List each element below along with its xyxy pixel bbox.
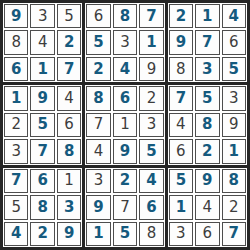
sudoku-cell-r2c7[interactable]: 9	[169, 30, 193, 54]
sudoku-cell-r4c3[interactable]: 4	[57, 86, 81, 110]
sudoku-cell-r4c2[interactable]: 9	[30, 86, 54, 110]
sudoku-cell-r3c1[interactable]: 6	[4, 57, 28, 81]
sudoku-cell-r4c8[interactable]: 5	[195, 86, 219, 110]
sudoku-cell-r1c1[interactable]: 9	[4, 4, 28, 28]
sudoku-cell-r4c4[interactable]: 8	[86, 86, 110, 110]
sudoku-cell-r2c9[interactable]: 6	[222, 30, 246, 54]
sudoku-cell-r7c1[interactable]: 7	[4, 169, 28, 193]
sudoku-cell-r1c2[interactable]: 3	[30, 4, 54, 28]
sudoku-cell-r1c3[interactable]: 5	[57, 4, 81, 28]
sudoku-cell-r8c6[interactable]: 6	[139, 195, 163, 219]
sudoku-cell-r8c4[interactable]: 9	[86, 195, 110, 219]
sudoku-cell-r5c5[interactable]: 1	[113, 113, 137, 137]
sudoku-cell-r2c1[interactable]: 8	[4, 30, 28, 54]
sudoku-cell-r5c8[interactable]: 8	[195, 113, 219, 137]
sudoku-cell-r3c9[interactable]: 5	[222, 57, 246, 81]
sudoku-cell-r7c7[interactable]: 5	[169, 169, 193, 193]
sudoku-cell-r7c5[interactable]: 2	[113, 169, 137, 193]
sudoku-cell-r1c9[interactable]: 4	[222, 4, 246, 28]
sudoku-cell-r9c6[interactable]: 8	[139, 222, 163, 246]
sudoku-cell-r6c1[interactable]: 3	[4, 139, 28, 163]
sudoku-box-1-1: 862713495	[85, 85, 164, 164]
sudoku-box-2-0: 761583429	[3, 168, 82, 247]
sudoku-board: 9358426176875312492149768351942563788627…	[0, 0, 250, 250]
sudoku-cell-r1c4[interactable]: 6	[86, 4, 110, 28]
sudoku-cell-r7c6[interactable]: 4	[139, 169, 163, 193]
sudoku-cell-r4c7[interactable]: 7	[169, 86, 193, 110]
sudoku-cell-r9c7[interactable]: 3	[169, 222, 193, 246]
sudoku-cell-r8c1[interactable]: 5	[4, 195, 28, 219]
sudoku-cell-r8c7[interactable]: 1	[169, 195, 193, 219]
sudoku-cell-r1c7[interactable]: 2	[169, 4, 193, 28]
sudoku-cell-r6c4[interactable]: 4	[86, 139, 110, 163]
sudoku-cell-r6c7[interactable]: 6	[169, 139, 193, 163]
sudoku-cell-r9c2[interactable]: 2	[30, 222, 54, 246]
sudoku-box-0-1: 687531249	[85, 3, 164, 82]
sudoku-cell-r3c3[interactable]: 7	[57, 57, 81, 81]
sudoku-box-2-1: 324976158	[85, 168, 164, 247]
sudoku-cell-r5c9[interactable]: 9	[222, 113, 246, 137]
sudoku-cell-r8c2[interactable]: 8	[30, 195, 54, 219]
sudoku-cell-r4c5[interactable]: 6	[113, 86, 137, 110]
sudoku-box-0-0: 935842617	[3, 3, 82, 82]
sudoku-cell-r3c8[interactable]: 3	[195, 57, 219, 81]
sudoku-cell-r3c6[interactable]: 9	[139, 57, 163, 81]
sudoku-cell-r5c1[interactable]: 2	[4, 113, 28, 137]
sudoku-cell-r4c1[interactable]: 1	[4, 86, 28, 110]
sudoku-cell-r1c8[interactable]: 1	[195, 4, 219, 28]
sudoku-box-2-2: 598142367	[168, 168, 247, 247]
sudoku-cell-r5c3[interactable]: 6	[57, 113, 81, 137]
sudoku-cell-r6c5[interactable]: 9	[113, 139, 137, 163]
sudoku-box-0-2: 214976835	[168, 3, 247, 82]
sudoku-cell-r7c3[interactable]: 1	[57, 169, 81, 193]
sudoku-cell-r9c4[interactable]: 1	[86, 222, 110, 246]
sudoku-cell-r8c3[interactable]: 3	[57, 195, 81, 219]
sudoku-cell-r8c8[interactable]: 4	[195, 195, 219, 219]
sudoku-cell-r9c3[interactable]: 9	[57, 222, 81, 246]
sudoku-cell-r4c9[interactable]: 3	[222, 86, 246, 110]
sudoku-cell-r2c3[interactable]: 2	[57, 30, 81, 54]
sudoku-cell-r1c5[interactable]: 8	[113, 4, 137, 28]
sudoku-cell-r3c2[interactable]: 1	[30, 57, 54, 81]
sudoku-cell-r9c8[interactable]: 6	[195, 222, 219, 246]
sudoku-cell-r6c2[interactable]: 7	[30, 139, 54, 163]
sudoku-cell-r7c8[interactable]: 9	[195, 169, 219, 193]
sudoku-cell-r2c8[interactable]: 7	[195, 30, 219, 54]
sudoku-cell-r6c8[interactable]: 2	[195, 139, 219, 163]
sudoku-cell-r6c9[interactable]: 1	[222, 139, 246, 163]
sudoku-cell-r5c2[interactable]: 5	[30, 113, 54, 137]
sudoku-cell-r5c6[interactable]: 3	[139, 113, 163, 137]
sudoku-cell-r9c5[interactable]: 5	[113, 222, 137, 246]
sudoku-cell-r6c3[interactable]: 8	[57, 139, 81, 163]
sudoku-cell-r1c6[interactable]: 7	[139, 4, 163, 28]
sudoku-cell-r7c9[interactable]: 8	[222, 169, 246, 193]
sudoku-cell-r8c9[interactable]: 2	[222, 195, 246, 219]
sudoku-cell-r3c7[interactable]: 8	[169, 57, 193, 81]
sudoku-cell-r5c7[interactable]: 4	[169, 113, 193, 137]
sudoku-cell-r3c5[interactable]: 4	[113, 57, 137, 81]
sudoku-box-1-2: 753489621	[168, 85, 247, 164]
sudoku-cell-r6c6[interactable]: 5	[139, 139, 163, 163]
sudoku-box-1-0: 194256378	[3, 85, 82, 164]
sudoku-cell-r2c2[interactable]: 4	[30, 30, 54, 54]
sudoku-cell-r5c4[interactable]: 7	[86, 113, 110, 137]
sudoku-cell-r2c6[interactable]: 1	[139, 30, 163, 54]
sudoku-cell-r7c2[interactable]: 6	[30, 169, 54, 193]
sudoku-cell-r9c9[interactable]: 7	[222, 222, 246, 246]
sudoku-cell-r4c6[interactable]: 2	[139, 86, 163, 110]
sudoku-cell-r3c4[interactable]: 2	[86, 57, 110, 81]
sudoku-cell-r8c5[interactable]: 7	[113, 195, 137, 219]
sudoku-cell-r7c4[interactable]: 3	[86, 169, 110, 193]
sudoku-cell-r2c4[interactable]: 5	[86, 30, 110, 54]
sudoku-cell-r9c1[interactable]: 4	[4, 222, 28, 246]
sudoku-cell-r2c5[interactable]: 3	[113, 30, 137, 54]
